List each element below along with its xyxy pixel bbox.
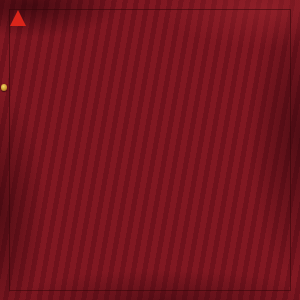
book-page bbox=[0, 0, 300, 300]
file-labels bbox=[10, 290, 290, 300]
rank-labels bbox=[0, 10, 10, 290]
chess-board[interactable] bbox=[10, 10, 290, 290]
